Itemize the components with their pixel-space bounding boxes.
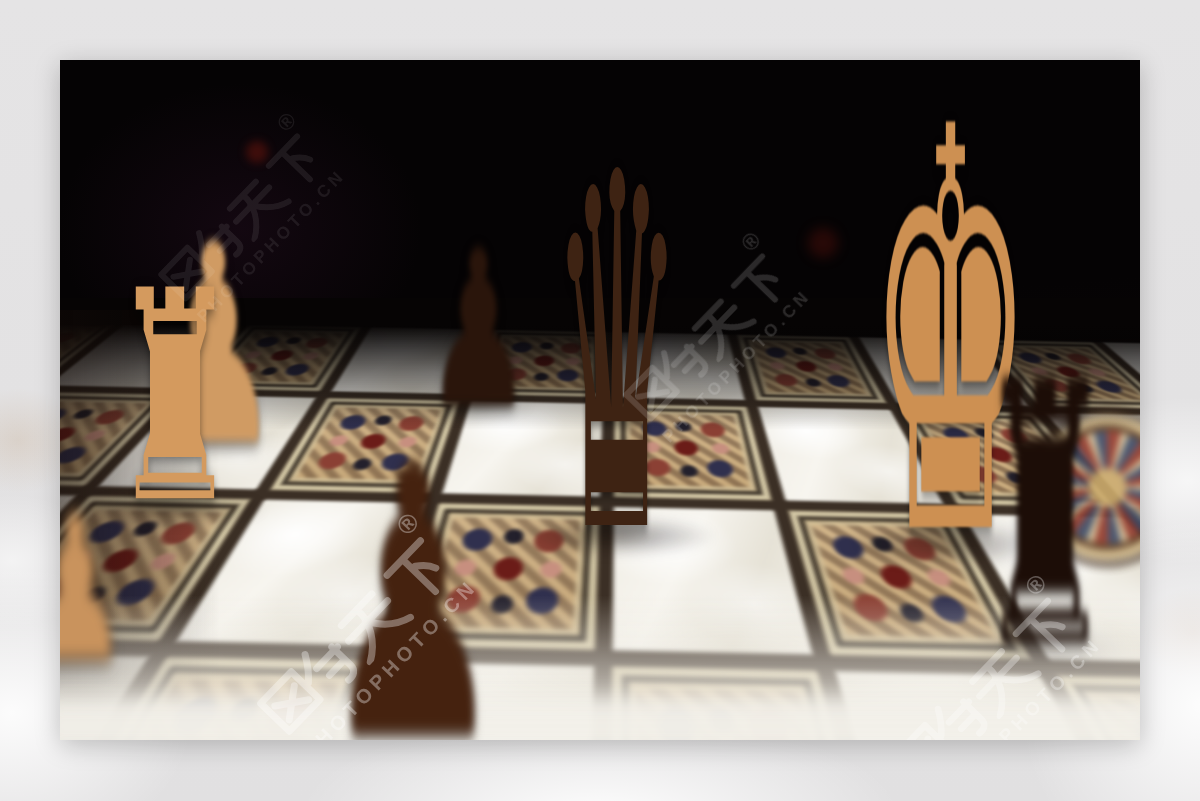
black-queen: ♛ bbox=[544, 111, 691, 601]
registered-mark-icon: ® bbox=[736, 227, 766, 257]
screenshot-stage: ♟♟♜♟♛♚♜♟ ® PHOTOPHOTO.CN ® PHOTOPHOTO.CN… bbox=[0, 0, 1200, 801]
black-rook-right: ♜ bbox=[969, 337, 1120, 697]
black-pawn-front: ♟ bbox=[311, 420, 515, 740]
bokeh-light-dot bbox=[246, 141, 268, 163]
white-pawn-left-edge: ♟ bbox=[60, 490, 135, 690]
chess-photo: ♟♟♜♟♛♚♜♟ ® PHOTOPHOTO.CN ® PHOTOPHOTO.CN… bbox=[60, 60, 1140, 740]
bokeh-light-dot bbox=[808, 228, 838, 258]
